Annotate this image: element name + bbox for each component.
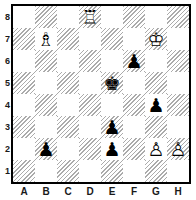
white-pawn[interactable]: ♟♙	[145, 138, 167, 160]
file-label-a: A	[13, 185, 35, 198]
square-f6[interactable]: ♟	[123, 50, 145, 72]
white-pawn-icon: ♙	[145, 138, 167, 160]
square-e3[interactable]: ♟	[101, 116, 123, 138]
square-b3[interactable]	[35, 116, 57, 138]
square-a1[interactable]	[13, 160, 35, 182]
square-c7[interactable]	[57, 28, 79, 50]
file-label-c: C	[57, 185, 79, 198]
square-a8[interactable]	[13, 6, 35, 28]
black-king-icon: ♚	[101, 72, 123, 94]
black-pawn-icon: ♟	[101, 138, 123, 160]
black-pawn[interactable]: ♟	[35, 138, 57, 160]
square-f2[interactable]	[123, 138, 145, 160]
rank-label-2: 2	[0, 138, 10, 160]
square-h7[interactable]	[167, 28, 189, 50]
file-label-g: G	[145, 185, 167, 198]
square-a5[interactable]	[13, 72, 35, 94]
square-g3[interactable]	[145, 116, 167, 138]
square-b8[interactable]	[35, 6, 57, 28]
square-g8[interactable]	[145, 6, 167, 28]
square-c1[interactable]	[57, 160, 79, 182]
rank-label-4: 4	[0, 94, 10, 116]
square-g2[interactable]: ♟♙	[145, 138, 167, 160]
board-frame: ♜♖♝♗♚♔♟♚♟♟♟♟♟♙♟♙	[11, 4, 191, 184]
square-f7[interactable]	[123, 28, 145, 50]
square-b1[interactable]	[35, 160, 57, 182]
square-c3[interactable]	[57, 116, 79, 138]
rank-label-7: 7	[0, 28, 10, 50]
white-rook-icon: ♖	[79, 6, 101, 28]
square-e1[interactable]	[101, 160, 123, 182]
white-king-icon: ♔	[145, 28, 167, 50]
square-d3[interactable]	[79, 116, 101, 138]
square-a6[interactable]	[13, 50, 35, 72]
square-e6[interactable]	[101, 50, 123, 72]
file-label-d: D	[79, 185, 101, 198]
square-d5[interactable]	[79, 72, 101, 94]
rank-label-3: 3	[0, 116, 10, 138]
black-pawn-icon: ♟	[101, 116, 123, 138]
white-pawn[interactable]: ♟♙	[167, 138, 189, 160]
square-b6[interactable]	[35, 50, 57, 72]
square-a3[interactable]	[13, 116, 35, 138]
black-pawn[interactable]: ♟	[145, 94, 167, 116]
square-c8[interactable]	[57, 6, 79, 28]
square-h4[interactable]	[167, 94, 189, 116]
square-f3[interactable]	[123, 116, 145, 138]
square-f8[interactable]	[123, 6, 145, 28]
square-a7[interactable]	[13, 28, 35, 50]
white-bishop-icon: ♗	[35, 28, 57, 50]
square-b7[interactable]: ♝♗	[35, 28, 57, 50]
square-d4[interactable]	[79, 94, 101, 116]
square-c2[interactable]	[57, 138, 79, 160]
black-pawn-icon: ♟	[35, 138, 57, 160]
file-label-h: H	[167, 185, 189, 198]
square-d8[interactable]: ♜♖	[79, 6, 101, 28]
square-h1[interactable]	[167, 160, 189, 182]
square-b5[interactable]	[35, 72, 57, 94]
rank-label-1: 1	[0, 160, 10, 182]
square-d6[interactable]	[79, 50, 101, 72]
white-king[interactable]: ♚♔	[145, 28, 167, 50]
square-f4[interactable]	[123, 94, 145, 116]
square-d1[interactable]	[79, 160, 101, 182]
square-h6[interactable]	[167, 50, 189, 72]
black-pawn-icon: ♟	[123, 50, 145, 72]
square-h3[interactable]	[167, 116, 189, 138]
square-f1[interactable]	[123, 160, 145, 182]
black-pawn[interactable]: ♟	[123, 50, 145, 72]
black-pawn[interactable]: ♟	[101, 138, 123, 160]
square-g4[interactable]: ♟	[145, 94, 167, 116]
square-g1[interactable]	[145, 160, 167, 182]
file-label-e: E	[101, 185, 123, 198]
rank-label-8: 8	[0, 6, 10, 28]
square-h5[interactable]	[167, 72, 189, 94]
square-e8[interactable]	[101, 6, 123, 28]
square-b2[interactable]: ♟	[35, 138, 57, 160]
square-h2[interactable]: ♟♙	[167, 138, 189, 160]
rank-label-6: 6	[0, 50, 10, 72]
rank-labels: 87654321	[0, 6, 10, 182]
white-bishop[interactable]: ♝♗	[35, 28, 57, 50]
square-a2[interactable]	[13, 138, 35, 160]
square-b4[interactable]	[35, 94, 57, 116]
square-e2[interactable]: ♟	[101, 138, 123, 160]
square-d2[interactable]	[79, 138, 101, 160]
square-g5[interactable]	[145, 72, 167, 94]
file-label-f: F	[123, 185, 145, 198]
chess-board: ♜♖♝♗♚♔♟♚♟♟♟♟♟♙♟♙	[13, 6, 189, 182]
square-h8[interactable]	[167, 6, 189, 28]
rank-label-5: 5	[0, 72, 10, 94]
square-e7[interactable]	[101, 28, 123, 50]
black-pawn[interactable]: ♟	[101, 116, 123, 138]
square-f5[interactable]	[123, 72, 145, 94]
black-pawn-icon: ♟	[145, 94, 167, 116]
file-labels: ABCDEFGH	[13, 185, 189, 198]
square-c6[interactable]	[57, 50, 79, 72]
white-pawn-icon: ♙	[167, 138, 189, 160]
square-d7[interactable]	[79, 28, 101, 50]
square-e5[interactable]: ♚	[101, 72, 123, 94]
black-king[interactable]: ♚	[101, 72, 123, 94]
square-c5[interactable]	[57, 72, 79, 94]
square-a4[interactable]	[13, 94, 35, 116]
file-label-b: B	[35, 185, 57, 198]
chess-diagram: 87654321 ♜♖♝♗♚♔♟♚♟♟♟♟♟♙♟♙ ABCDEFGH	[0, 0, 196, 200]
square-g7[interactable]: ♚♔	[145, 28, 167, 50]
square-e4[interactable]	[101, 94, 123, 116]
square-c4[interactable]	[57, 94, 79, 116]
square-g6[interactable]	[145, 50, 167, 72]
white-rook[interactable]: ♜♖	[79, 6, 101, 28]
